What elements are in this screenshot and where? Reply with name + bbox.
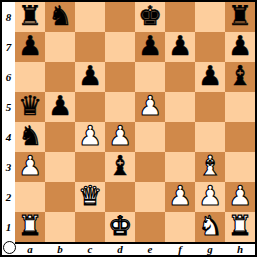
square-h1[interactable]: ♜	[225, 212, 255, 242]
square-b4[interactable]	[45, 122, 75, 152]
black-knight-b8: ♞	[45, 1, 75, 31]
black-pawn-a7: ♟	[15, 31, 45, 61]
rank-label-8: 8	[2, 12, 15, 23]
black-pawn-e7: ♟	[135, 31, 165, 61]
square-h7[interactable]: ♟	[225, 32, 255, 62]
square-c4[interactable]: ♟	[75, 122, 105, 152]
file-label-c: c	[75, 244, 105, 255]
square-c2[interactable]: ♛	[75, 182, 105, 212]
white-pawn-e5: ♟	[135, 91, 165, 121]
square-b3[interactable]	[45, 152, 75, 182]
square-f6[interactable]	[165, 62, 195, 92]
white-knight-g1: ♞	[195, 211, 225, 241]
black-pawn-c6: ♟	[75, 61, 105, 91]
square-g7[interactable]	[195, 32, 225, 62]
square-f3[interactable]	[165, 152, 195, 182]
square-a1[interactable]: ♜	[15, 212, 45, 242]
white-pawn-h2: ♟	[225, 181, 255, 211]
black-bishop-d3: ♝	[105, 151, 135, 181]
square-h2[interactable]: ♟	[225, 182, 255, 212]
square-a5[interactable]: ♛	[15, 92, 45, 122]
square-c6[interactable]: ♟	[75, 62, 105, 92]
square-g2[interactable]: ♟	[195, 182, 225, 212]
white-bishop-g3: ♝	[195, 151, 225, 181]
white-pawn-c4: ♟	[75, 121, 105, 151]
square-a3[interactable]: ♟	[15, 152, 45, 182]
square-f2[interactable]: ♟	[165, 182, 195, 212]
square-d3[interactable]: ♝	[105, 152, 135, 182]
square-c1[interactable]	[75, 212, 105, 242]
square-c5[interactable]	[75, 92, 105, 122]
black-rook-a8: ♜	[15, 1, 45, 31]
black-bishop-h6: ♝	[225, 61, 255, 91]
black-pawn-h7: ♟	[225, 31, 255, 61]
square-g8[interactable]	[195, 2, 225, 32]
white-rook-a1: ♜	[15, 211, 45, 241]
file-label-e: e	[135, 244, 165, 255]
rank-label-6: 6	[2, 72, 15, 83]
square-g3[interactable]: ♝	[195, 152, 225, 182]
square-f5[interactable]	[165, 92, 195, 122]
square-h6[interactable]: ♝	[225, 62, 255, 92]
square-g4[interactable]	[195, 122, 225, 152]
square-h4[interactable]	[225, 122, 255, 152]
file-label-f: f	[165, 244, 195, 255]
square-d6[interactable]	[105, 62, 135, 92]
file-label-b: b	[45, 244, 75, 255]
rank-label-3: 3	[2, 162, 15, 173]
square-b6[interactable]	[45, 62, 75, 92]
white-queen-c2: ♛	[75, 181, 105, 211]
square-e8[interactable]: ♚	[135, 2, 165, 32]
white-rook-h1: ♜	[225, 211, 255, 241]
square-b5[interactable]: ♟	[45, 92, 75, 122]
square-d5[interactable]	[105, 92, 135, 122]
square-f8[interactable]	[165, 2, 195, 32]
square-b7[interactable]	[45, 32, 75, 62]
chess-board-frame: 87654321 ♜♞♚♜♟♟♟♟♟♟♝♛♟♟♞♟♟♟♝♝♛♟♟♟♜♚♞♜ ab…	[0, 0, 257, 257]
board-layout: 87654321 ♜♞♚♜♟♟♟♟♟♟♝♛♟♟♞♟♟♟♝♝♛♟♟♟♜♚♞♜ ab…	[2, 2, 255, 255]
square-e2[interactable]	[135, 182, 165, 212]
square-b1[interactable]	[45, 212, 75, 242]
square-e5[interactable]: ♟	[135, 92, 165, 122]
square-a6[interactable]	[15, 62, 45, 92]
white-king-d1: ♚	[105, 211, 135, 241]
white-pawn-a3: ♟	[15, 151, 45, 181]
rank-labels: 87654321	[2, 2, 15, 244]
white-pawn-f2: ♟	[165, 181, 195, 211]
square-g6[interactable]: ♟	[195, 62, 225, 92]
white-to-move-indicator-icon	[3, 241, 16, 254]
file-label-g: g	[195, 244, 225, 255]
black-pawn-g6: ♟	[195, 61, 225, 91]
chess-board: ♜♞♚♜♟♟♟♟♟♟♝♛♟♟♞♟♟♟♝♝♛♟♟♟♜♚♞♜	[15, 2, 255, 244]
white-pawn-g2: ♟	[195, 181, 225, 211]
square-f4[interactable]	[165, 122, 195, 152]
file-label-h: h	[225, 244, 255, 255]
black-pawn-f7: ♟	[165, 31, 195, 61]
rank-label-2: 2	[2, 192, 15, 203]
square-b2[interactable]	[45, 182, 75, 212]
rank-label-4: 4	[2, 132, 15, 143]
square-e6[interactable]	[135, 62, 165, 92]
black-pawn-b5: ♟	[45, 91, 75, 121]
square-g1[interactable]: ♞	[195, 212, 225, 242]
square-c7[interactable]	[75, 32, 105, 62]
square-g5[interactable]	[195, 92, 225, 122]
white-pawn-d4: ♟	[105, 121, 135, 151]
square-d7[interactable]	[105, 32, 135, 62]
square-e4[interactable]	[135, 122, 165, 152]
square-a4[interactable]: ♞	[15, 122, 45, 152]
square-c8[interactable]	[75, 2, 105, 32]
square-h8[interactable]: ♜	[225, 2, 255, 32]
square-a8[interactable]: ♜	[15, 2, 45, 32]
file-label-a: a	[15, 244, 45, 255]
square-e3[interactable]	[135, 152, 165, 182]
file-label-d: d	[105, 244, 135, 255]
square-d8[interactable]	[105, 2, 135, 32]
square-a7[interactable]: ♟	[15, 32, 45, 62]
square-f7[interactable]: ♟	[165, 32, 195, 62]
black-rook-h8: ♜	[225, 1, 255, 31]
file-labels: abcdefgh	[2, 244, 255, 255]
square-e7[interactable]: ♟	[135, 32, 165, 62]
square-h5[interactable]	[225, 92, 255, 122]
black-king-e8: ♚	[135, 1, 165, 31]
square-e1[interactable]	[135, 212, 165, 242]
square-b8[interactable]: ♞	[45, 2, 75, 32]
rank-label-5: 5	[2, 102, 15, 113]
black-knight-a4: ♞	[15, 121, 45, 151]
square-h3[interactable]	[225, 152, 255, 182]
square-d4[interactable]: ♟	[105, 122, 135, 152]
square-f1[interactable]	[165, 212, 195, 242]
square-d2[interactable]	[105, 182, 135, 212]
rank-label-1: 1	[2, 222, 15, 233]
rank-label-7: 7	[2, 42, 15, 53]
square-d1[interactable]: ♚	[105, 212, 135, 242]
black-queen-a5: ♛	[15, 91, 45, 121]
square-a2[interactable]	[15, 182, 45, 212]
square-c3[interactable]	[75, 152, 105, 182]
